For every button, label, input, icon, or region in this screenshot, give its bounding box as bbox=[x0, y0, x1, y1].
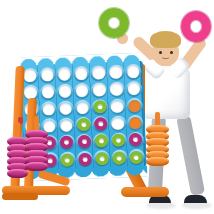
orange-ring-rack bbox=[146, 128, 169, 166]
board-cell-r4c6 bbox=[109, 115, 127, 133]
empty-hole bbox=[128, 99, 141, 112]
board-cell-r6c5 bbox=[93, 149, 111, 167]
green-ring bbox=[130, 150, 143, 163]
board-cell-r5c7 bbox=[127, 131, 145, 149]
board-cell-r5c5 bbox=[92, 132, 110, 150]
green-ring bbox=[112, 151, 125, 164]
board-cell-r6c6 bbox=[110, 149, 128, 167]
board-cell-r1c6 bbox=[107, 63, 125, 81]
board-cell-r3c6 bbox=[108, 98, 126, 116]
board-cell-r4c3 bbox=[57, 117, 75, 135]
orange-rack-ring bbox=[146, 157, 169, 166]
empty-hole bbox=[24, 69, 37, 82]
pink-ring-rack-back bbox=[25, 133, 48, 171]
board-cell-r3c2 bbox=[40, 100, 58, 118]
empty-hole bbox=[110, 83, 123, 96]
empty-hole bbox=[58, 68, 71, 81]
board-cell-r2c6 bbox=[108, 80, 126, 98]
pink-rack-ring bbox=[25, 162, 48, 171]
board-cell-r3c5 bbox=[91, 98, 109, 116]
empty-hole bbox=[109, 66, 122, 79]
board-cell-r3c7 bbox=[125, 97, 143, 115]
empty-hole bbox=[127, 65, 140, 78]
giant-connect-four-product-photo bbox=[0, 0, 214, 214]
board-cell-r2c7 bbox=[125, 80, 143, 98]
board-cell-r5c6 bbox=[110, 132, 128, 150]
board-cell-r4c5 bbox=[92, 115, 110, 133]
board-cell-r6c3 bbox=[59, 151, 77, 169]
board-cell-r1c5 bbox=[90, 64, 108, 82]
child-left-leg bbox=[176, 115, 205, 196]
board-cell-r3c4 bbox=[74, 99, 92, 117]
empty-hole bbox=[111, 117, 124, 130]
board-cell-r6c7 bbox=[127, 148, 145, 166]
magenta-ring bbox=[78, 152, 91, 165]
child-eye bbox=[170, 51, 173, 54]
held-pink-ring bbox=[181, 11, 211, 42]
board-cell-r6c4 bbox=[76, 150, 94, 168]
board-cell-r2c5 bbox=[90, 81, 108, 99]
board-cell-r4c4 bbox=[75, 116, 93, 134]
board-cell-r2c4 bbox=[73, 82, 91, 100]
empty-hole bbox=[41, 69, 54, 82]
child-left-sneaker bbox=[184, 195, 207, 206]
child-smile bbox=[161, 53, 170, 59]
frame-right-foot bbox=[121, 187, 169, 197]
empty-hole bbox=[111, 100, 124, 113]
held-green-ring bbox=[99, 8, 129, 38]
board-cell-r5c3 bbox=[58, 134, 76, 152]
board-cell-r4c7 bbox=[126, 114, 144, 132]
board-cell-r1c2 bbox=[38, 66, 56, 84]
board-cell-r5c4 bbox=[75, 133, 93, 151]
empty-hole bbox=[92, 67, 105, 80]
empty-hole bbox=[93, 84, 106, 97]
board-cell-r1c3 bbox=[55, 65, 73, 83]
empty-hole bbox=[127, 82, 140, 95]
board-cell-r2c3 bbox=[56, 82, 74, 100]
frame-left-foot-cross bbox=[2, 193, 38, 200]
empty-hole bbox=[41, 86, 54, 99]
board-cell-r3c3 bbox=[57, 100, 75, 118]
green-ring bbox=[95, 152, 108, 165]
board-cell-r1c4 bbox=[73, 65, 91, 83]
board-cell-r1c7 bbox=[124, 63, 142, 81]
board-cell-r2c2 bbox=[39, 83, 57, 101]
